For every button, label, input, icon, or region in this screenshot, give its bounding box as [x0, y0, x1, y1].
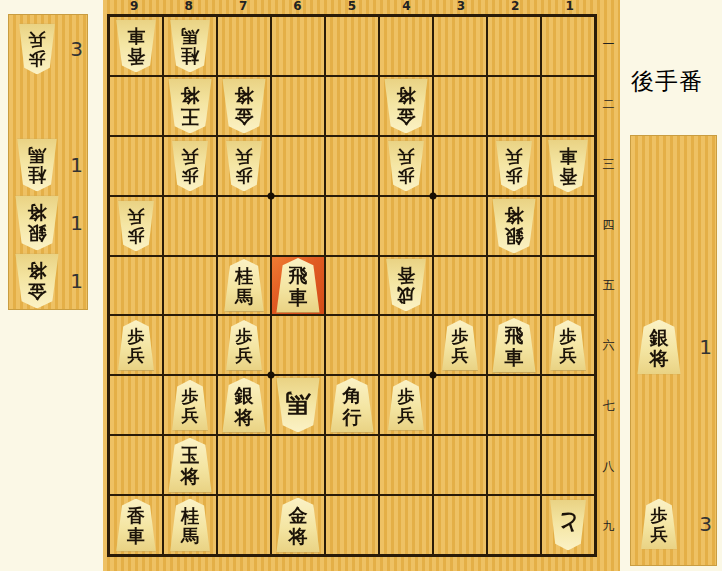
file-label: 8 — [161, 0, 215, 14]
piece-knight[interactable]: 桂馬 — [222, 259, 266, 312]
hand-count: 1 — [70, 211, 83, 235]
square-54[interactable] — [326, 197, 378, 255]
square-46[interactable] — [380, 316, 432, 374]
square-47[interactable]: 歩兵 — [380, 376, 432, 434]
file-labels: 987654321 — [107, 0, 597, 14]
square-79[interactable] — [218, 496, 270, 554]
square-81[interactable]: 桂馬 — [164, 17, 216, 75]
square-38[interactable] — [434, 436, 486, 494]
piece-gold[interactable]: 金将 — [13, 254, 61, 309]
square-15[interactable] — [542, 257, 594, 315]
piece-char: 車 — [127, 25, 145, 45]
square-64[interactable] — [272, 197, 324, 255]
piece-char: 香 — [127, 506, 145, 526]
rank-label: 三 — [597, 135, 620, 195]
square-11[interactable] — [542, 17, 594, 75]
piece-silver[interactable]: 銀将 — [220, 378, 268, 433]
square-63[interactable] — [272, 137, 324, 195]
piece-char: 馬 — [28, 144, 46, 164]
piece-pawn[interactable]: 歩兵 — [386, 380, 426, 431]
hoshi-dot — [268, 193, 275, 200]
rank-label: 八 — [597, 436, 620, 496]
piece-char: 桂 — [181, 506, 199, 526]
piece-char: 金 — [289, 505, 308, 526]
piece-char: 香 — [559, 165, 577, 185]
square-41[interactable] — [380, 17, 432, 75]
piece-silver[interactable]: 銀将 — [490, 198, 538, 253]
square-56[interactable] — [326, 316, 378, 374]
square-65[interactable]: 飛車 — [272, 257, 324, 315]
piece-promoted-bishop[interactable]: 馬 — [274, 378, 322, 433]
square-86[interactable] — [164, 316, 216, 374]
square-61[interactable] — [272, 17, 324, 75]
piece-pawn[interactable]: 歩兵 — [224, 320, 264, 371]
piece-gold[interactable]: 金将 — [274, 498, 322, 553]
square-99[interactable]: 香車 — [110, 496, 162, 554]
square-89[interactable]: 桂馬 — [164, 496, 216, 554]
square-58[interactable] — [326, 436, 378, 494]
piece-char: 歩 — [182, 165, 199, 184]
square-73[interactable]: 歩兵 — [218, 137, 270, 195]
square-25[interactable] — [488, 257, 540, 315]
piece-char: 歩 — [398, 165, 415, 184]
hand-row-pawn: 歩兵3 — [9, 21, 87, 77]
square-43[interactable]: 歩兵 — [380, 137, 432, 195]
square-67[interactable]: 馬 — [272, 376, 324, 434]
piece-bishop[interactable]: 角行 — [328, 378, 376, 433]
square-74[interactable] — [218, 197, 270, 255]
hand-count: 3 — [699, 512, 712, 536]
hand-row-silver: 銀将1 — [631, 319, 716, 375]
square-29[interactable] — [488, 496, 540, 554]
square-13[interactable]: 香車 — [542, 137, 594, 195]
piece-king[interactable]: 玉将 — [166, 438, 214, 493]
hoshi-dot — [268, 372, 275, 379]
piece-lance[interactable]: 香車 — [114, 499, 158, 552]
piece-char: 兵 — [29, 29, 46, 48]
shogi-app: { "game": "shogi", "title_banner": { "te… — [0, 0, 722, 571]
piece-char: 将 — [235, 406, 254, 427]
square-57[interactable]: 角行 — [326, 376, 378, 434]
square-42[interactable]: 金将 — [380, 77, 432, 135]
hoshi-dot — [429, 193, 436, 200]
piece-char: 歩 — [182, 387, 199, 406]
piece-char: 兵 — [506, 146, 523, 165]
piece-pawn[interactable]: 歩兵 — [170, 380, 210, 431]
square-36[interactable]: 歩兵 — [434, 316, 486, 374]
piece-char: 金 — [397, 105, 416, 126]
piece-char: 銀 — [650, 327, 669, 348]
hand-count: 3 — [70, 37, 83, 61]
square-66[interactable] — [272, 316, 324, 374]
piece-pawn[interactable]: 歩兵 — [116, 200, 156, 251]
rank-label: 二 — [597, 74, 620, 134]
piece-char: 兵 — [236, 346, 253, 365]
piece-pawn[interactable]: 歩兵 — [494, 140, 534, 191]
square-77[interactable]: 銀将 — [218, 376, 270, 434]
square-91[interactable]: 香車 — [110, 17, 162, 75]
piece-char: 兵 — [182, 146, 199, 165]
piece-rook[interactable]: 飛車 — [274, 258, 322, 313]
piece-char: 歩 — [506, 165, 523, 184]
piece-char: 将 — [397, 84, 416, 105]
piece-char: 金 — [235, 105, 254, 126]
piece-char: 桂 — [181, 45, 199, 65]
piece-char: 歩 — [128, 327, 145, 346]
hand-count: 1 — [70, 269, 83, 293]
piece-knight[interactable]: 桂馬 — [168, 19, 212, 72]
piece-lance[interactable]: 香車 — [114, 19, 158, 72]
sente-hand-stand: 銀将1歩兵3 — [630, 135, 717, 566]
square-52[interactable] — [326, 77, 378, 135]
piece-char: 車 — [289, 286, 308, 307]
piece-char: 飛 — [505, 325, 524, 346]
piece-char: 玉 — [181, 445, 200, 466]
hoshi-dot — [429, 372, 436, 379]
piece-char: 馬 — [181, 25, 199, 45]
piece-char: 車 — [505, 346, 524, 367]
piece-char: 将 — [650, 348, 669, 369]
piece-char: 将 — [235, 84, 254, 105]
piece-char: 将 — [505, 204, 524, 225]
hand-row-pawn: 歩兵3 — [631, 496, 716, 552]
rank-label: 四 — [597, 195, 620, 255]
square-19[interactable]: と — [542, 496, 594, 554]
square-62[interactable] — [272, 77, 324, 135]
hand-row-gold: 金将1 — [9, 253, 87, 309]
file-label: 9 — [107, 0, 161, 14]
piece-char: 歩 — [236, 327, 253, 346]
square-37[interactable] — [434, 376, 486, 434]
piece-char: 角 — [343, 385, 362, 406]
square-68[interactable] — [272, 436, 324, 494]
piece-char: 成 — [397, 285, 415, 305]
hand-count: 1 — [699, 335, 712, 359]
piece-gold[interactable]: 金将 — [382, 78, 430, 133]
piece-pawn[interactable]: 歩兵 — [17, 24, 57, 75]
piece-knight[interactable]: 桂馬 — [168, 499, 212, 552]
square-53[interactable] — [326, 137, 378, 195]
square-48[interactable] — [380, 436, 432, 494]
piece-lance[interactable]: 香車 — [546, 139, 590, 192]
piece-king[interactable]: 王将 — [166, 78, 214, 133]
rank-label: 六 — [597, 316, 620, 376]
square-97[interactable] — [110, 376, 162, 434]
piece-rook[interactable]: 飛車 — [490, 318, 538, 373]
square-75[interactable]: 桂馬 — [218, 257, 270, 315]
piece-char: 王 — [181, 105, 200, 126]
square-45[interactable]: 成香 — [380, 257, 432, 315]
square-39[interactable] — [434, 496, 486, 554]
piece-char: 歩 — [452, 327, 469, 346]
square-49[interactable] — [380, 496, 432, 554]
piece-pawn[interactable]: 歩兵 — [170, 140, 210, 191]
piece-char: 桂 — [235, 266, 253, 286]
square-85[interactable] — [164, 257, 216, 315]
piece-gold[interactable]: 金将 — [220, 78, 268, 133]
square-87[interactable]: 歩兵 — [164, 376, 216, 434]
square-21[interactable] — [488, 17, 540, 75]
piece-char: 香 — [127, 45, 145, 65]
square-12[interactable] — [542, 77, 594, 135]
piece-char: 兵 — [236, 146, 253, 165]
square-96[interactable]: 歩兵 — [110, 316, 162, 374]
rank-label: 九 — [597, 497, 620, 557]
square-28[interactable] — [488, 436, 540, 494]
piece-char: 歩 — [128, 225, 145, 244]
piece-char: 歩 — [560, 327, 577, 346]
piece-char: 兵 — [128, 346, 145, 365]
file-label: 6 — [270, 0, 324, 14]
square-84[interactable] — [164, 197, 216, 255]
piece-pawn[interactable]: 歩兵 — [440, 320, 480, 371]
piece-knight[interactable]: 桂馬 — [15, 139, 59, 192]
piece-char: 歩 — [398, 387, 415, 406]
piece-char: 兵 — [182, 406, 199, 425]
shogi-board: 987654321 香車桂馬王将金将金将歩兵歩兵歩兵歩兵香車歩兵銀将桂馬飛車成香… — [103, 0, 620, 571]
piece-char: 行 — [343, 406, 362, 427]
rank-labels: 一二三四五六七八九 — [597, 14, 620, 557]
hand-row-knight: 桂馬1 — [9, 137, 87, 193]
piece-char: と — [557, 511, 580, 536]
piece-char: 将 — [28, 201, 47, 222]
piece-char: 銀 — [505, 225, 524, 246]
square-94[interactable]: 歩兵 — [110, 197, 162, 255]
piece-char: 将 — [181, 466, 200, 487]
file-label: 1 — [543, 0, 597, 14]
piece-char: 将 — [289, 526, 308, 547]
piece-char: 馬 — [181, 526, 199, 546]
square-59[interactable] — [326, 496, 378, 554]
square-26[interactable]: 飛車 — [488, 316, 540, 374]
file-label: 4 — [379, 0, 433, 14]
hand-count: 1 — [70, 153, 83, 177]
piece-char: 歩 — [29, 48, 46, 67]
piece-char: 馬 — [235, 286, 253, 306]
piece-char: 馬 — [286, 389, 311, 417]
piece-char: 桂 — [28, 164, 46, 184]
piece-char: 兵 — [651, 525, 668, 544]
piece-char: 車 — [127, 526, 145, 546]
piece-char: 兵 — [398, 146, 415, 165]
piece-char: 将 — [181, 84, 200, 105]
square-83[interactable]: 歩兵 — [164, 137, 216, 195]
square-31[interactable] — [434, 17, 486, 75]
file-label: 3 — [434, 0, 488, 14]
square-92[interactable] — [110, 77, 162, 135]
piece-pawn[interactable]: 歩兵 — [224, 140, 264, 191]
square-14[interactable] — [542, 197, 594, 255]
piece-promoted-lance[interactable]: 成香 — [384, 259, 428, 312]
square-76[interactable]: 歩兵 — [218, 316, 270, 374]
square-34[interactable] — [434, 197, 486, 255]
piece-char: 兵 — [560, 346, 577, 365]
square-55[interactable] — [326, 257, 378, 315]
square-82[interactable]: 王将 — [164, 77, 216, 135]
file-label: 2 — [488, 0, 542, 14]
piece-silver[interactable]: 銀将 — [635, 320, 683, 375]
hand-row-silver: 銀将1 — [9, 195, 87, 251]
square-27[interactable] — [488, 376, 540, 434]
piece-char: 香 — [397, 265, 415, 285]
piece-silver[interactable]: 銀将 — [13, 196, 61, 251]
square-23[interactable]: 歩兵 — [488, 137, 540, 195]
square-69[interactable]: 金将 — [272, 496, 324, 554]
square-16[interactable]: 歩兵 — [542, 316, 594, 374]
square-18[interactable] — [542, 436, 594, 494]
piece-pawn[interactable]: 歩兵 — [386, 140, 426, 191]
piece-char: 歩 — [236, 165, 253, 184]
gote-hand-stand: 歩兵3桂馬1銀将1金将1 — [8, 14, 88, 310]
rank-label: 五 — [597, 255, 620, 315]
square-33[interactable] — [434, 137, 486, 195]
file-label: 5 — [325, 0, 379, 14]
square-24[interactable]: 銀将 — [488, 197, 540, 255]
square-78[interactable] — [218, 436, 270, 494]
square-51[interactable] — [326, 17, 378, 75]
square-88[interactable]: 玉将 — [164, 436, 216, 494]
square-71[interactable] — [218, 17, 270, 75]
piece-pawn[interactable]: 歩兵 — [548, 320, 588, 371]
piece-char: 銀 — [28, 222, 47, 243]
square-98[interactable] — [110, 436, 162, 494]
board-grid: 香車桂馬王将金将金将歩兵歩兵歩兵歩兵香車歩兵銀将桂馬飛車成香歩兵歩兵歩兵飛車歩兵… — [107, 14, 597, 557]
square-95[interactable] — [110, 257, 162, 315]
piece-char: 兵 — [398, 406, 415, 425]
piece-char: 車 — [559, 145, 577, 165]
piece-char: 金 — [28, 280, 47, 301]
piece-char: 兵 — [452, 346, 469, 365]
rank-label: 七 — [597, 376, 620, 436]
rank-label: 一 — [597, 14, 620, 74]
piece-char: 飛 — [289, 265, 308, 286]
turn-indicator: 後手番 — [631, 66, 719, 97]
piece-pawn[interactable]: 歩兵 — [639, 499, 679, 550]
piece-char: 兵 — [128, 206, 145, 225]
square-35[interactable] — [434, 257, 486, 315]
piece-tokin[interactable]: と — [548, 500, 588, 551]
square-93[interactable] — [110, 137, 162, 195]
file-label: 7 — [216, 0, 270, 14]
square-44[interactable] — [380, 197, 432, 255]
piece-char: 歩 — [651, 506, 668, 525]
square-72[interactable]: 金将 — [218, 77, 270, 135]
piece-char: 銀 — [235, 385, 254, 406]
square-22[interactable] — [488, 77, 540, 135]
piece-pawn[interactable]: 歩兵 — [116, 320, 156, 371]
piece-char: 将 — [28, 259, 47, 280]
square-17[interactable] — [542, 376, 594, 434]
square-32[interactable] — [434, 77, 486, 135]
